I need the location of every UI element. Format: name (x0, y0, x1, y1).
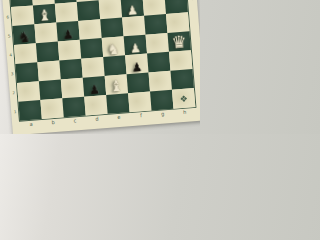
square-h4: ♛ (167, 31, 190, 52)
board-emblem: ❖ (172, 88, 195, 109)
file-label: a (20, 119, 43, 134)
square-c4 (58, 40, 81, 61)
square-a2 (17, 81, 40, 102)
board-squares: ♝♟♞♟♞♟♛♟♟♝❖ (8, 0, 195, 121)
brand-text: Chess (187, 0, 195, 1)
square-d6 (77, 0, 100, 21)
square-d3 (81, 57, 104, 78)
file-label: f (130, 110, 153, 126)
square-h1: ❖ (172, 88, 195, 109)
file-label: g (152, 109, 175, 125)
square-g5 (144, 14, 167, 35)
square-e6 (99, 0, 122, 19)
square-h3 (169, 50, 192, 71)
square-c3 (59, 59, 82, 80)
square-g1 (150, 90, 173, 111)
square-g3 (147, 52, 170, 73)
square-d4 (80, 38, 103, 59)
square-a4 (14, 43, 37, 64)
white-queen: ♛ (168, 33, 191, 52)
square-c5: ♟ (56, 21, 79, 42)
square-b5 (34, 23, 57, 44)
square-b2 (39, 79, 62, 100)
square-g2 (149, 71, 172, 92)
square-c1 (62, 97, 85, 118)
square-b1 (40, 98, 63, 119)
square-b3 (37, 60, 60, 81)
square-f3: ♟ (125, 54, 148, 75)
file-label: h (173, 107, 196, 123)
square-c6 (55, 2, 78, 23)
square-h5 (166, 12, 189, 33)
square-a1 (18, 100, 41, 121)
square-b6: ♝ (33, 4, 56, 25)
file-label: e (108, 112, 131, 128)
square-b4 (36, 42, 59, 63)
square-d1 (84, 95, 107, 116)
square-a3 (15, 62, 38, 83)
square-e3 (103, 55, 126, 76)
file-label: c (64, 116, 87, 132)
square-f5 (122, 16, 145, 37)
square-a6 (11, 5, 34, 26)
square-d5 (78, 19, 101, 40)
file-label: b (42, 117, 65, 133)
chess-board: 8 7 6 5 4 3 2 1 ♝♟♞♟♞♟♛♟♟♝❖ Chess a b c … (0, 0, 200, 134)
square-a5: ♞ (12, 24, 35, 45)
square-h2 (170, 69, 193, 90)
square-f6: ♟ (121, 0, 144, 17)
square-f4: ♟ (124, 35, 147, 56)
square-c2 (61, 78, 84, 99)
square-g4 (146, 33, 169, 54)
square-f2 (127, 73, 150, 94)
square-e1 (106, 93, 129, 114)
square-f1 (128, 91, 151, 112)
file-label: d (86, 114, 109, 130)
square-e2: ♝ (105, 74, 128, 95)
square-e4: ♞ (102, 36, 125, 57)
square-e5 (100, 17, 123, 38)
square-d2: ♟ (83, 76, 106, 97)
